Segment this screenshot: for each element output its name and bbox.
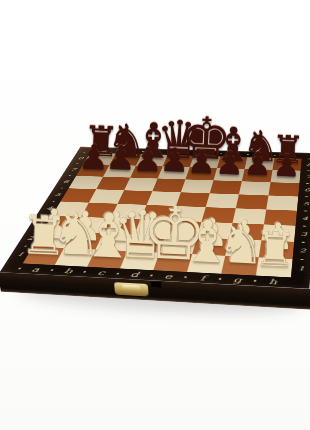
square-d5 <box>147 191 181 206</box>
rank-label-right-5: 5 <box>298 197 310 212</box>
square-e6 <box>181 179 214 193</box>
square-f1 <box>187 254 225 274</box>
square-g1 <box>221 256 259 276</box>
rank-label-right-8: 8 <box>302 159 310 171</box>
square-a7 <box>76 164 109 177</box>
square-h5 <box>266 195 298 210</box>
square-f8 <box>217 156 247 168</box>
square-h7 <box>271 170 301 183</box>
square-h4 <box>264 209 297 225</box>
square-g3 <box>229 223 264 240</box>
square-e4 <box>171 206 206 222</box>
square-g2 <box>225 239 261 257</box>
square-f5 <box>206 193 239 208</box>
square-f6 <box>210 180 242 194</box>
square-h1 <box>256 257 293 277</box>
square-g6 <box>239 181 271 195</box>
square-e5 <box>176 192 210 207</box>
chess-board: abcdefgh abcdefgh 87654321 87654321 <box>0 147 310 289</box>
rank-label-right-7: 7 <box>301 171 310 184</box>
square-e2 <box>160 236 197 254</box>
square-e1 <box>153 253 192 272</box>
square-g8 <box>245 157 275 170</box>
square-g7 <box>242 169 273 182</box>
clasp-slot <box>151 281 162 287</box>
square-f2 <box>192 237 229 255</box>
square-d8 <box>163 155 194 167</box>
rank-label-right-4: 4 <box>297 211 310 227</box>
square-g4 <box>233 208 267 224</box>
square-b6 <box>96 177 130 191</box>
square-h2 <box>259 240 295 259</box>
rank-label-right-3: 3 <box>295 226 310 243</box>
rank-label-right-2: 2 <box>294 242 310 260</box>
brass-clasp <box>114 282 149 296</box>
rank-label-right-6: 6 <box>299 183 310 197</box>
square-h6 <box>268 182 299 196</box>
square-e7 <box>185 167 217 180</box>
board-grid <box>23 153 302 278</box>
square-f4 <box>201 207 235 223</box>
square-f7 <box>213 168 244 181</box>
board-right-face <box>309 152 310 308</box>
rank-label-right-1: 1 <box>292 259 310 278</box>
square-e3 <box>165 221 201 238</box>
square-h8 <box>272 158 301 171</box>
square-h3 <box>261 224 295 241</box>
square-g5 <box>236 194 269 209</box>
square-f3 <box>197 222 233 239</box>
product-photo: abcdefgh abcdefgh 87654321 87654321 ♜♞♝♛… <box>0 0 310 430</box>
square-e8 <box>190 156 221 168</box>
